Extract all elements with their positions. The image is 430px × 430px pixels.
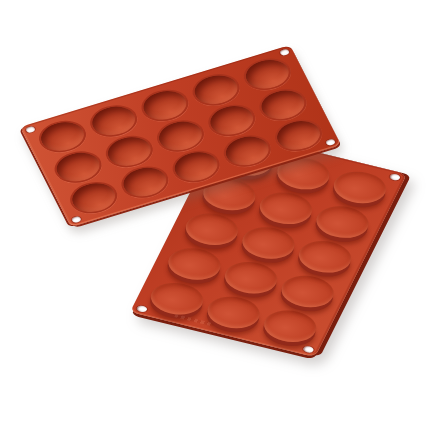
- mold-bottom-side-up: [130, 129, 407, 357]
- bump-side-wall: [292, 240, 357, 281]
- bump-cell: [196, 288, 270, 337]
- cavity-grid: [29, 51, 333, 221]
- corner-hole: [222, 133, 235, 141]
- round-cavity: [202, 99, 261, 141]
- bump-cell: [253, 302, 327, 351]
- bump-side-wall: [274, 275, 339, 316]
- cavity-cell: [111, 159, 178, 205]
- round-bump: [219, 257, 284, 298]
- corner-hole: [389, 173, 402, 181]
- round-bump: [145, 278, 210, 319]
- bump-top-face: [258, 306, 323, 347]
- round-bump: [328, 167, 393, 208]
- round-cavity: [187, 69, 246, 111]
- round-cavity: [218, 130, 277, 172]
- cavity-cell: [80, 98, 147, 144]
- round-bump: [254, 188, 319, 229]
- bump-top-face: [201, 292, 266, 333]
- bump-side-wall: [214, 143, 279, 184]
- cavity-cell: [183, 67, 250, 113]
- bump-top-face: [219, 257, 284, 298]
- cavity-cell: [44, 144, 111, 190]
- bump-side-wall: [218, 261, 283, 302]
- bump-top-face: [275, 271, 340, 312]
- round-bump: [180, 209, 245, 250]
- round-cavity: [269, 114, 328, 156]
- corner-hole: [71, 216, 82, 224]
- corner-hole: [325, 138, 336, 146]
- corner-hole: [25, 126, 36, 134]
- round-bump: [310, 201, 375, 242]
- round-bump: [162, 243, 227, 284]
- bump-side-wall: [257, 310, 322, 351]
- cavity-cell: [163, 143, 230, 189]
- bump-top-face: [162, 243, 227, 284]
- bump-side-wall: [327, 171, 392, 212]
- bump-grid: [140, 135, 397, 350]
- cavity-cell: [60, 175, 127, 221]
- cavity-cell: [250, 82, 317, 128]
- corner-hole: [136, 305, 149, 313]
- round-bump: [275, 271, 340, 312]
- round-bump: [271, 153, 336, 194]
- bump-cell: [266, 149, 340, 198]
- bump-side-wall: [253, 192, 318, 233]
- round-cavity: [115, 161, 174, 203]
- bump-cell: [323, 163, 397, 212]
- round-cavity: [33, 116, 92, 158]
- bump-top-face: [271, 153, 336, 194]
- bump-side-wall: [161, 248, 226, 289]
- round-cavity: [151, 115, 210, 157]
- bump-side-wall: [235, 226, 300, 267]
- bump-side-wall: [179, 213, 244, 254]
- bump-cell: [175, 205, 249, 254]
- bump-top-face: [254, 188, 319, 229]
- cavity-cell: [198, 97, 265, 143]
- bump-cell: [140, 275, 214, 324]
- round-bump: [201, 292, 266, 333]
- mold-bottom-side-up-wrap: [0, 0, 430, 430]
- bump-cell: [270, 267, 344, 316]
- bump-cell: [231, 219, 305, 268]
- round-cavity: [135, 84, 194, 126]
- mold-cavity-side-up: [20, 45, 341, 227]
- bump-top-face: [310, 201, 375, 242]
- bump-side-wall: [200, 296, 265, 337]
- mold-cavity-side-up-wrap: [0, 0, 430, 430]
- cavity-cell: [96, 128, 163, 174]
- cavity-cell: [131, 82, 198, 128]
- bump-side-wall: [270, 157, 335, 198]
- bump-cell: [214, 254, 288, 303]
- bump-side-wall: [144, 282, 209, 323]
- round-bump: [197, 174, 262, 215]
- cavity-cell: [29, 114, 96, 160]
- bump-top-face: [293, 236, 358, 277]
- bump-top-face: [197, 174, 262, 215]
- embossed-marking: [174, 314, 215, 327]
- corner-hole: [279, 48, 290, 56]
- bump-cell: [210, 135, 284, 184]
- bump-top-face: [215, 139, 280, 180]
- round-bump: [236, 222, 301, 263]
- bump-cell: [288, 233, 362, 282]
- bump-cell: [192, 170, 266, 219]
- bump-top-face: [328, 167, 393, 208]
- round-cavity: [84, 100, 143, 142]
- bump-side-wall: [196, 178, 261, 219]
- bump-cell: [305, 198, 379, 247]
- bump-side-wall: [309, 205, 374, 246]
- round-bump: [293, 236, 358, 277]
- round-bump: [258, 306, 323, 347]
- bump-top-face: [180, 209, 245, 250]
- round-cavity: [100, 131, 159, 173]
- round-bump: [215, 139, 280, 180]
- bump-top-face: [145, 278, 210, 319]
- bump-cell: [249, 184, 323, 233]
- cavity-cell: [147, 113, 214, 159]
- round-cavity: [167, 146, 226, 188]
- bump-cell: [157, 240, 231, 289]
- round-cavity: [48, 146, 107, 188]
- round-cavity: [254, 84, 313, 126]
- round-cavity: [64, 177, 123, 219]
- cavity-cell: [265, 112, 332, 158]
- scene: [0, 0, 430, 430]
- cavity-cell: [214, 128, 281, 174]
- bump-top-face: [236, 222, 301, 263]
- corner-hole: [302, 345, 315, 353]
- round-cavity: [238, 53, 297, 95]
- cavity-cell: [234, 51, 301, 97]
